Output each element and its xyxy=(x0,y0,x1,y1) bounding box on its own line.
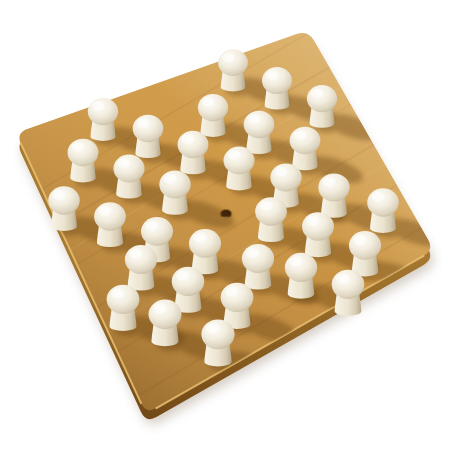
peg-a3[interactable] xyxy=(88,98,118,141)
peg-c3[interactable] xyxy=(178,131,209,175)
peg-f4[interactable] xyxy=(302,212,334,257)
peg-d1[interactable] xyxy=(262,67,292,109)
peg-g5[interactable] xyxy=(332,270,365,316)
peg-g3[interactable] xyxy=(367,188,399,233)
peg-f5[interactable] xyxy=(285,253,317,299)
peg-b5[interactable] xyxy=(94,202,126,247)
peg-g4[interactable] xyxy=(349,231,381,276)
peg-a5[interactable] xyxy=(48,186,80,231)
peg-e1[interactable] xyxy=(307,85,337,128)
peg-b3[interactable] xyxy=(133,115,164,158)
peg-e2[interactable] xyxy=(290,127,321,171)
peg-b4[interactable] xyxy=(113,155,144,199)
peg-c4[interactable] xyxy=(159,170,190,214)
peg-f3[interactable] xyxy=(318,173,349,217)
peg-d3[interactable] xyxy=(223,147,254,191)
peg-e5[interactable] xyxy=(242,244,274,290)
peg-c6[interactable] xyxy=(125,245,157,291)
peg-a4[interactable] xyxy=(68,139,99,183)
peg-c7[interactable] xyxy=(107,285,140,331)
peg-solitaire-photo xyxy=(0,0,457,457)
peg-e4[interactable] xyxy=(255,197,287,242)
peg-c1[interactable] xyxy=(218,49,248,91)
peg-c2[interactable] xyxy=(198,94,228,137)
peg-d5[interactable] xyxy=(189,229,221,274)
board-svg xyxy=(0,0,457,457)
peg-d7[interactable] xyxy=(149,300,182,347)
peg-d2[interactable] xyxy=(244,111,275,154)
peg-e7[interactable] xyxy=(201,319,234,366)
